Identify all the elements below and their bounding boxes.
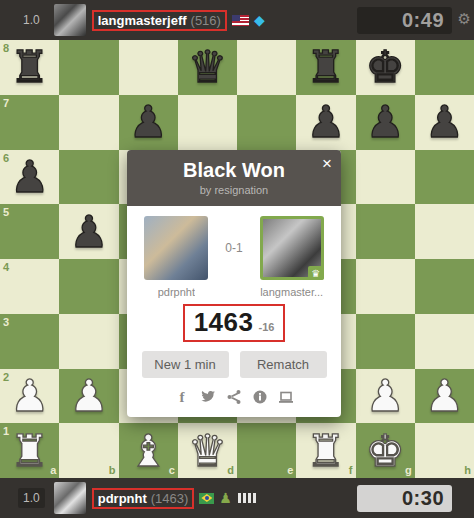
white-bishop-c1: ♝ [128, 429, 167, 473]
share-icons-row: f [174, 389, 294, 405]
square-g8[interactable]: ♚ [356, 40, 415, 95]
rank-label-8: 8 [3, 43, 9, 54]
black-pawn-h7: ♟ [425, 100, 464, 144]
square-b1[interactable]: b [59, 423, 118, 478]
white-pawn-g2: ♟ [365, 374, 404, 418]
bottom-player-clock: 0:30 [357, 485, 452, 512]
white-pawn-b2: ♟ [69, 374, 108, 418]
top-player-username[interactable]: langmasterjeff [98, 13, 187, 28]
black-pawn-c7: ♟ [128, 100, 167, 144]
bottom-player-avatar[interactable] [54, 482, 86, 514]
square-g3[interactable] [356, 314, 415, 369]
square-b8[interactable] [59, 40, 118, 95]
top-player-bar: 1.0 langmasterjeff (516) ◆ 0:49 ⚙ [0, 0, 474, 40]
gear-icon[interactable]: ⚙ [458, 10, 471, 28]
rank-label-3: 3 [3, 317, 9, 328]
bottom-player-bar: 1.0 pdrpnht (1463) ♟ 0:30 [0, 478, 474, 518]
info-icon[interactable] [252, 389, 268, 405]
square-c8[interactable] [119, 40, 178, 95]
square-a2[interactable]: 2♟ [0, 369, 59, 424]
left-player-avatar[interactable] [144, 216, 208, 280]
connection-bars-icon [238, 493, 256, 503]
file-label-b: b [109, 465, 116, 476]
square-a5[interactable]: 5 [0, 204, 59, 259]
square-b4[interactable] [59, 259, 118, 314]
square-f8[interactable]: ♜ [296, 40, 355, 95]
black-queen-d8: ♛ [188, 45, 227, 89]
square-b3[interactable] [59, 314, 118, 369]
winner-crown-icon: ♛ [308, 266, 324, 280]
square-g2[interactable]: ♟ [356, 369, 415, 424]
rank-label-7: 7 [3, 98, 9, 109]
square-e8[interactable] [237, 40, 296, 95]
square-d7[interactable] [178, 95, 237, 150]
white-queen-d1: ♛ [188, 429, 227, 473]
new-rating: 1463 [194, 307, 254, 338]
bottom-player-rating: (1463) [151, 491, 189, 506]
square-c7[interactable]: ♟ [119, 95, 178, 150]
square-e1[interactable]: e [237, 423, 296, 478]
rating-highlight-box: 1463 -16 [183, 304, 286, 342]
square-g1[interactable]: g♚ [356, 423, 415, 478]
left-player-name: pdrpnht [158, 286, 195, 298]
square-g4[interactable] [356, 259, 415, 314]
rank-label-6: 6 [3, 153, 9, 164]
file-label-g: g [405, 465, 412, 476]
bottom-player-username[interactable]: pdrpnht [98, 491, 147, 506]
square-d1[interactable]: d♛ [178, 423, 237, 478]
square-g5[interactable] [356, 204, 415, 259]
file-label-e: e [287, 465, 293, 476]
bottom-match-score: 1.0 [18, 488, 45, 508]
square-f1[interactable]: f♜ [296, 423, 355, 478]
top-player-avatar[interactable] [54, 4, 86, 36]
game-over-dialog: Black Won by resignation × pdrpnht 0-1 ♛… [127, 150, 341, 417]
bottom-player-highlight-box: pdrpnht (1463) [92, 488, 195, 509]
square-b6[interactable] [59, 150, 118, 205]
right-player-name: langmaster... [260, 286, 323, 298]
square-h7[interactable]: ♟ [415, 95, 474, 150]
square-a1[interactable]: 1a♜ [0, 423, 59, 478]
square-h5[interactable] [415, 204, 474, 259]
square-d8[interactable]: ♛ [178, 40, 237, 95]
top-match-score: 1.0 [18, 10, 45, 30]
file-label-f: f [349, 465, 353, 476]
black-pawn-a6: ♟ [10, 155, 49, 199]
rank-label-2: 2 [3, 372, 9, 383]
square-h4[interactable] [415, 259, 474, 314]
close-icon[interactable]: × [322, 154, 332, 174]
match-result: 0-1 [225, 241, 242, 255]
square-b2[interactable]: ♟ [59, 369, 118, 424]
dialog-title: Black Won [127, 159, 341, 182]
dialog-buttons: New 1 min Rematch [142, 351, 327, 378]
white-pawn-a2: ♟ [10, 374, 49, 418]
white-rook-a1: ♜ [10, 429, 49, 473]
facebook-icon[interactable]: f [174, 389, 190, 405]
square-b5[interactable]: ♟ [59, 204, 118, 259]
black-king-g8: ♚ [365, 45, 404, 89]
square-a7[interactable]: 7 [0, 95, 59, 150]
right-player-block: ♛ langmaster... [253, 216, 331, 298]
square-b7[interactable] [59, 95, 118, 150]
players-row: pdrpnht 0-1 ♛ langmaster... [137, 216, 330, 298]
square-a6[interactable]: 6♟ [0, 150, 59, 205]
membership-pawn-icon: ♟ [219, 490, 232, 506]
black-rook-a8: ♜ [10, 45, 49, 89]
white-king-g1: ♚ [365, 429, 404, 473]
black-pawn-f7: ♟ [306, 100, 345, 144]
file-label-a: a [50, 465, 56, 476]
chess-app-window: 1.0 langmasterjeff (516) ◆ 0:49 ⚙ 8♜♛♜♚7… [0, 0, 474, 518]
diamond-membership-icon: ◆ [254, 12, 265, 28]
top-player-clock: 0:49 [357, 7, 452, 34]
square-h2[interactable]: ♟ [415, 369, 474, 424]
white-pawn-h2: ♟ [425, 374, 464, 418]
rank-label-1: 1 [3, 426, 9, 437]
black-pawn-g7: ♟ [365, 100, 404, 144]
square-c1[interactable]: c♝ [119, 423, 178, 478]
file-label-h: h [464, 465, 471, 476]
dialog-subtitle: by resignation [127, 184, 341, 196]
twitter-icon[interactable] [200, 389, 216, 405]
square-a4[interactable]: 4 [0, 259, 59, 314]
black-rook-f8: ♜ [306, 45, 345, 89]
dialog-body: pdrpnht 0-1 ♛ langmaster... 1463 -16 New… [127, 206, 341, 417]
rank-label-4: 4 [3, 262, 9, 273]
file-label-d: d [227, 465, 234, 476]
rating-change: -16 [258, 321, 274, 333]
top-player-highlight-box: langmasterjeff (516) [92, 10, 227, 31]
file-label-c: c [169, 465, 175, 476]
square-h8[interactable] [415, 40, 474, 95]
share-icon[interactable] [226, 389, 242, 405]
white-rook-f1: ♜ [306, 429, 345, 473]
square-e7[interactable] [237, 95, 296, 150]
black-pawn-b5: ♟ [69, 210, 108, 254]
us-flag-icon [232, 15, 249, 26]
rematch-button[interactable]: Rematch [240, 351, 327, 378]
square-h1[interactable]: h [415, 423, 474, 478]
square-h3[interactable] [415, 314, 474, 369]
laptop-icon[interactable] [278, 389, 294, 405]
square-h6[interactable] [415, 150, 474, 205]
brazil-flag-icon [199, 493, 214, 504]
left-player-block: pdrpnht [137, 216, 215, 298]
square-f7[interactable]: ♟ [296, 95, 355, 150]
square-g7[interactable]: ♟ [356, 95, 415, 150]
rank-label-5: 5 [3, 207, 9, 218]
dialog-header: Black Won by resignation × [127, 150, 341, 206]
top-player-rating: (516) [191, 13, 221, 28]
right-player-avatar[interactable]: ♛ [260, 216, 324, 280]
square-g6[interactable] [356, 150, 415, 205]
square-a8[interactable]: 8♜ [0, 40, 59, 95]
square-a3[interactable]: 3 [0, 314, 59, 369]
new-game-button[interactable]: New 1 min [142, 351, 229, 378]
